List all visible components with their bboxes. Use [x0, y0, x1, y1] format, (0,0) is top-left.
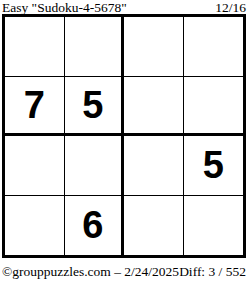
sudoku-cell-r1c1[interactable] [5, 17, 65, 77]
puzzle-counter: 12/16 [215, 1, 246, 14]
header: Easy "Sudoku-4-5678" 12/16 [0, 0, 248, 14]
footer: ©grouppuzzles.com – 2/24/2025 Diff: 3 / … [0, 264, 248, 279]
difficulty-text: Diff: 3 / 552 [179, 265, 246, 279]
sudoku-grid: 7 5 5 6 [2, 14, 246, 258]
puzzle-page: Easy "Sudoku-4-5678" 12/16 7 5 5 6 ©grou… [0, 0, 248, 282]
sudoku-cell-r2c3[interactable] [124, 77, 184, 137]
sudoku-cell-r4c3[interactable] [124, 196, 184, 256]
sudoku-cell-r3c2[interactable] [65, 136, 125, 196]
sudoku-cell-r2c4[interactable] [184, 77, 244, 137]
sudoku-cell-r1c4[interactable] [184, 17, 244, 77]
sudoku-cell-r4c2[interactable]: 6 [65, 196, 125, 256]
puzzle-title: Easy "Sudoku-4-5678" [2, 1, 127, 14]
sudoku-cell-r4c1[interactable] [5, 196, 65, 256]
sudoku-cell-r3c4[interactable]: 5 [184, 136, 244, 196]
copyright-text: ©grouppuzzles.com – 2/24/2025 [2, 265, 179, 279]
sudoku-cell-r3c3[interactable] [124, 136, 184, 196]
sudoku-cell-r2c1[interactable]: 7 [5, 77, 65, 137]
sudoku-cell-r1c3[interactable] [124, 17, 184, 77]
sudoku-cell-r1c2[interactable] [65, 17, 125, 77]
sudoku-cell-r4c4[interactable] [184, 196, 244, 256]
sudoku-cell-r3c1[interactable] [5, 136, 65, 196]
sudoku-cell-r2c2[interactable]: 5 [65, 77, 125, 137]
